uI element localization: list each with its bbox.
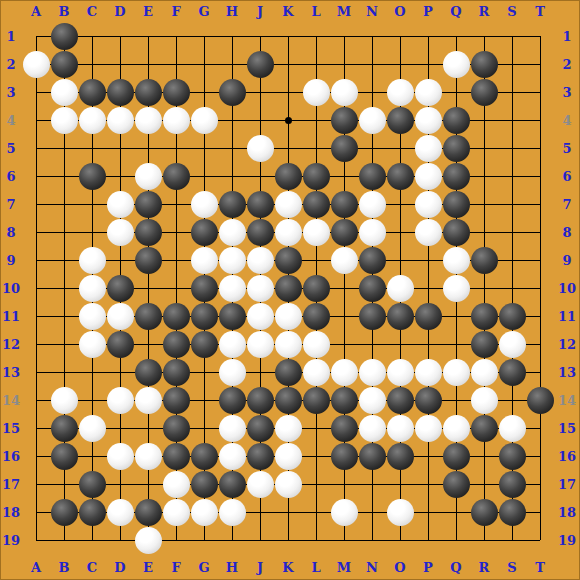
intersection-J6[interactable] [246,162,274,190]
intersection-N17[interactable] [358,470,386,498]
intersection-E15[interactable] [134,414,162,442]
intersection-B8[interactable] [50,218,78,246]
intersection-M16[interactable] [330,442,358,470]
intersection-A3[interactable] [22,78,50,106]
intersection-P15[interactable] [414,414,442,442]
intersection-K9[interactable] [274,246,302,274]
intersection-R4[interactable] [470,106,498,134]
intersection-B7[interactable] [50,190,78,218]
intersection-A2[interactable] [22,50,50,78]
intersection-M18[interactable] [330,498,358,526]
intersection-S17[interactable] [498,470,526,498]
intersection-M6[interactable] [330,162,358,190]
intersection-E1[interactable] [134,22,162,50]
intersection-S6[interactable] [498,162,526,190]
intersection-O9[interactable] [386,246,414,274]
intersection-O5[interactable] [386,134,414,162]
intersection-O15[interactable] [386,414,414,442]
intersection-L10[interactable] [302,274,330,302]
intersection-Q3[interactable] [442,78,470,106]
intersection-C10[interactable] [78,274,106,302]
intersection-R10[interactable] [470,274,498,302]
intersection-H15[interactable] [218,414,246,442]
intersection-K12[interactable] [274,330,302,358]
intersection-L8[interactable] [302,218,330,246]
intersection-F11[interactable] [162,302,190,330]
intersection-B16[interactable] [50,442,78,470]
intersection-H17[interactable] [218,470,246,498]
intersection-S7[interactable] [498,190,526,218]
intersection-G3[interactable] [190,78,218,106]
intersection-D15[interactable] [106,414,134,442]
intersection-R8[interactable] [470,218,498,246]
intersection-T14[interactable] [526,386,554,414]
intersection-R13[interactable] [470,358,498,386]
intersection-K4[interactable] [274,106,302,134]
intersection-F17[interactable] [162,470,190,498]
intersection-H12[interactable] [218,330,246,358]
intersection-Q17[interactable] [442,470,470,498]
intersection-F1[interactable] [162,22,190,50]
intersection-E10[interactable] [134,274,162,302]
intersection-R17[interactable] [470,470,498,498]
intersection-Q16[interactable] [442,442,470,470]
intersection-J8[interactable] [246,218,274,246]
intersection-S2[interactable] [498,50,526,78]
intersection-S1[interactable] [498,22,526,50]
intersection-B2[interactable] [50,50,78,78]
intersection-Q15[interactable] [442,414,470,442]
intersection-O16[interactable] [386,442,414,470]
intersection-K8[interactable] [274,218,302,246]
intersection-L18[interactable] [302,498,330,526]
intersection-T1[interactable] [526,22,554,50]
intersection-Q11[interactable] [442,302,470,330]
intersection-F15[interactable] [162,414,190,442]
intersection-K6[interactable] [274,162,302,190]
intersection-H6[interactable] [218,162,246,190]
intersection-C11[interactable] [78,302,106,330]
intersection-E3[interactable] [134,78,162,106]
intersection-M12[interactable] [330,330,358,358]
intersection-S9[interactable] [498,246,526,274]
intersection-P4[interactable] [414,106,442,134]
intersection-O17[interactable] [386,470,414,498]
intersection-S19[interactable] [498,526,526,554]
intersection-Q2[interactable] [442,50,470,78]
intersection-A14[interactable] [22,386,50,414]
intersection-G14[interactable] [190,386,218,414]
intersection-K5[interactable] [274,134,302,162]
intersection-K1[interactable] [274,22,302,50]
intersection-J13[interactable] [246,358,274,386]
intersection-N14[interactable] [358,386,386,414]
intersection-E16[interactable] [134,442,162,470]
intersection-T15[interactable] [526,414,554,442]
intersection-K18[interactable] [274,498,302,526]
intersection-A19[interactable] [22,526,50,554]
intersection-D11[interactable] [106,302,134,330]
intersection-H5[interactable] [218,134,246,162]
intersection-N5[interactable] [358,134,386,162]
intersection-J10[interactable] [246,274,274,302]
intersection-M7[interactable] [330,190,358,218]
intersection-J15[interactable] [246,414,274,442]
intersection-F7[interactable] [162,190,190,218]
intersection-O13[interactable] [386,358,414,386]
intersection-C12[interactable] [78,330,106,358]
intersection-A5[interactable] [22,134,50,162]
intersection-T10[interactable] [526,274,554,302]
intersection-F4[interactable] [162,106,190,134]
intersection-O14[interactable] [386,386,414,414]
intersection-P17[interactable] [414,470,442,498]
intersection-C14[interactable] [78,386,106,414]
intersection-J14[interactable] [246,386,274,414]
intersection-J3[interactable] [246,78,274,106]
intersection-J17[interactable] [246,470,274,498]
intersection-H8[interactable] [218,218,246,246]
intersection-A18[interactable] [22,498,50,526]
intersection-L7[interactable] [302,190,330,218]
intersection-A10[interactable] [22,274,50,302]
intersection-L13[interactable] [302,358,330,386]
intersection-C3[interactable] [78,78,106,106]
intersection-D5[interactable] [106,134,134,162]
intersection-N15[interactable] [358,414,386,442]
intersection-T9[interactable] [526,246,554,274]
intersection-C5[interactable] [78,134,106,162]
intersection-L9[interactable] [302,246,330,274]
intersection-G11[interactable] [190,302,218,330]
intersection-N1[interactable] [358,22,386,50]
intersection-D13[interactable] [106,358,134,386]
intersection-H19[interactable] [218,526,246,554]
intersection-P2[interactable] [414,50,442,78]
intersection-K2[interactable] [274,50,302,78]
intersection-F10[interactable] [162,274,190,302]
intersection-E18[interactable] [134,498,162,526]
intersection-N4[interactable] [358,106,386,134]
intersection-P11[interactable] [414,302,442,330]
intersection-R18[interactable] [470,498,498,526]
intersection-J7[interactable] [246,190,274,218]
intersection-J19[interactable] [246,526,274,554]
intersection-O12[interactable] [386,330,414,358]
intersection-P8[interactable] [414,218,442,246]
intersection-B19[interactable] [50,526,78,554]
intersection-A8[interactable] [22,218,50,246]
intersection-A6[interactable] [22,162,50,190]
intersection-F14[interactable] [162,386,190,414]
intersection-R7[interactable] [470,190,498,218]
intersection-L16[interactable] [302,442,330,470]
intersection-C4[interactable] [78,106,106,134]
intersection-T13[interactable] [526,358,554,386]
intersection-K11[interactable] [274,302,302,330]
intersection-T3[interactable] [526,78,554,106]
intersection-A16[interactable] [22,442,50,470]
intersection-N16[interactable] [358,442,386,470]
intersection-A13[interactable] [22,358,50,386]
intersection-J12[interactable] [246,330,274,358]
intersection-E17[interactable] [134,470,162,498]
intersection-D6[interactable] [106,162,134,190]
intersection-O1[interactable] [386,22,414,50]
intersection-E8[interactable] [134,218,162,246]
intersection-B10[interactable] [50,274,78,302]
intersection-R3[interactable] [470,78,498,106]
intersection-N10[interactable] [358,274,386,302]
intersection-F18[interactable] [162,498,190,526]
intersection-T19[interactable] [526,526,554,554]
intersection-J5[interactable] [246,134,274,162]
intersection-F3[interactable] [162,78,190,106]
intersection-P14[interactable] [414,386,442,414]
intersection-H7[interactable] [218,190,246,218]
intersection-O10[interactable] [386,274,414,302]
intersection-P12[interactable] [414,330,442,358]
intersection-P1[interactable] [414,22,442,50]
intersection-N9[interactable] [358,246,386,274]
intersection-P16[interactable] [414,442,442,470]
intersection-D2[interactable] [106,50,134,78]
intersection-S10[interactable] [498,274,526,302]
intersection-T4[interactable] [526,106,554,134]
intersection-H2[interactable] [218,50,246,78]
intersection-R12[interactable] [470,330,498,358]
intersection-H14[interactable] [218,386,246,414]
intersection-K14[interactable] [274,386,302,414]
intersection-B6[interactable] [50,162,78,190]
intersection-A15[interactable] [22,414,50,442]
intersection-D12[interactable] [106,330,134,358]
intersection-R16[interactable] [470,442,498,470]
intersection-Q4[interactable] [442,106,470,134]
intersection-L12[interactable] [302,330,330,358]
intersection-G4[interactable] [190,106,218,134]
intersection-G8[interactable] [190,218,218,246]
intersection-Q18[interactable] [442,498,470,526]
intersection-N18[interactable] [358,498,386,526]
intersection-C19[interactable] [78,526,106,554]
intersection-P3[interactable] [414,78,442,106]
intersection-M17[interactable] [330,470,358,498]
intersection-B13[interactable] [50,358,78,386]
intersection-D1[interactable] [106,22,134,50]
intersection-A1[interactable] [22,22,50,50]
intersection-B18[interactable] [50,498,78,526]
intersection-B14[interactable] [50,386,78,414]
intersection-G15[interactable] [190,414,218,442]
intersection-A12[interactable] [22,330,50,358]
intersection-M9[interactable] [330,246,358,274]
intersection-R2[interactable] [470,50,498,78]
intersection-C15[interactable] [78,414,106,442]
intersection-M19[interactable] [330,526,358,554]
intersection-J1[interactable] [246,22,274,50]
intersection-G7[interactable] [190,190,218,218]
intersection-P5[interactable] [414,134,442,162]
intersection-K19[interactable] [274,526,302,554]
intersection-F16[interactable] [162,442,190,470]
intersection-M8[interactable] [330,218,358,246]
intersection-Q6[interactable] [442,162,470,190]
intersection-E5[interactable] [134,134,162,162]
intersection-A9[interactable] [22,246,50,274]
intersection-D16[interactable] [106,442,134,470]
intersection-L5[interactable] [302,134,330,162]
intersection-Q8[interactable] [442,218,470,246]
intersection-O3[interactable] [386,78,414,106]
intersection-Q1[interactable] [442,22,470,50]
intersection-G18[interactable] [190,498,218,526]
intersection-L11[interactable] [302,302,330,330]
intersection-L3[interactable] [302,78,330,106]
intersection-C18[interactable] [78,498,106,526]
intersection-T5[interactable] [526,134,554,162]
intersection-B15[interactable] [50,414,78,442]
intersection-O8[interactable] [386,218,414,246]
intersection-R11[interactable] [470,302,498,330]
intersection-Q19[interactable] [442,526,470,554]
intersection-O6[interactable] [386,162,414,190]
intersection-T12[interactable] [526,330,554,358]
intersection-K13[interactable] [274,358,302,386]
intersection-L4[interactable] [302,106,330,134]
intersection-R9[interactable] [470,246,498,274]
intersection-M2[interactable] [330,50,358,78]
intersection-G10[interactable] [190,274,218,302]
intersection-K7[interactable] [274,190,302,218]
intersection-E9[interactable] [134,246,162,274]
intersection-S18[interactable] [498,498,526,526]
intersection-S14[interactable] [498,386,526,414]
intersection-H16[interactable] [218,442,246,470]
intersection-L1[interactable] [302,22,330,50]
intersection-B4[interactable] [50,106,78,134]
intersection-Q9[interactable] [442,246,470,274]
intersection-D8[interactable] [106,218,134,246]
intersection-B3[interactable] [50,78,78,106]
intersection-J16[interactable] [246,442,274,470]
intersection-S15[interactable] [498,414,526,442]
intersection-R19[interactable] [470,526,498,554]
intersection-G2[interactable] [190,50,218,78]
intersection-N8[interactable] [358,218,386,246]
intersection-G1[interactable] [190,22,218,50]
intersection-R6[interactable] [470,162,498,190]
intersection-H1[interactable] [218,22,246,50]
intersection-L17[interactable] [302,470,330,498]
intersection-N19[interactable] [358,526,386,554]
intersection-T8[interactable] [526,218,554,246]
intersection-C17[interactable] [78,470,106,498]
intersection-G13[interactable] [190,358,218,386]
intersection-P6[interactable] [414,162,442,190]
intersection-G6[interactable] [190,162,218,190]
intersection-C9[interactable] [78,246,106,274]
intersection-D10[interactable] [106,274,134,302]
intersection-E14[interactable] [134,386,162,414]
intersection-S8[interactable] [498,218,526,246]
intersection-F9[interactable] [162,246,190,274]
intersection-F2[interactable] [162,50,190,78]
intersection-L19[interactable] [302,526,330,554]
intersection-E7[interactable] [134,190,162,218]
intersection-G9[interactable] [190,246,218,274]
intersection-R5[interactable] [470,134,498,162]
intersection-E12[interactable] [134,330,162,358]
intersection-N13[interactable] [358,358,386,386]
intersection-M14[interactable] [330,386,358,414]
intersection-J2[interactable] [246,50,274,78]
intersection-P9[interactable] [414,246,442,274]
intersection-P18[interactable] [414,498,442,526]
intersection-A17[interactable] [22,470,50,498]
intersection-L6[interactable] [302,162,330,190]
intersection-K3[interactable] [274,78,302,106]
intersection-J4[interactable] [246,106,274,134]
intersection-B1[interactable] [50,22,78,50]
intersection-M10[interactable] [330,274,358,302]
intersection-C8[interactable] [78,218,106,246]
intersection-P10[interactable] [414,274,442,302]
intersection-F13[interactable] [162,358,190,386]
intersection-T16[interactable] [526,442,554,470]
intersection-Q14[interactable] [442,386,470,414]
intersection-C2[interactable] [78,50,106,78]
intersection-H3[interactable] [218,78,246,106]
intersection-P19[interactable] [414,526,442,554]
intersection-T6[interactable] [526,162,554,190]
intersection-Q5[interactable] [442,134,470,162]
intersection-T11[interactable] [526,302,554,330]
intersection-J18[interactable] [246,498,274,526]
intersection-Q10[interactable] [442,274,470,302]
intersection-T2[interactable] [526,50,554,78]
intersection-S3[interactable] [498,78,526,106]
intersection-H4[interactable] [218,106,246,134]
intersection-T17[interactable] [526,470,554,498]
intersection-O18[interactable] [386,498,414,526]
intersection-S13[interactable] [498,358,526,386]
intersection-E4[interactable] [134,106,162,134]
intersection-M15[interactable] [330,414,358,442]
intersection-S16[interactable] [498,442,526,470]
intersection-L14[interactable] [302,386,330,414]
intersection-J9[interactable] [246,246,274,274]
intersection-N6[interactable] [358,162,386,190]
intersection-H9[interactable] [218,246,246,274]
intersection-S5[interactable] [498,134,526,162]
intersection-S4[interactable] [498,106,526,134]
intersection-L15[interactable] [302,414,330,442]
intersection-H11[interactable] [218,302,246,330]
intersection-B17[interactable] [50,470,78,498]
intersection-A11[interactable] [22,302,50,330]
intersection-C7[interactable] [78,190,106,218]
intersection-O11[interactable] [386,302,414,330]
intersection-K16[interactable] [274,442,302,470]
intersection-B11[interactable] [50,302,78,330]
intersection-N2[interactable] [358,50,386,78]
intersection-M13[interactable] [330,358,358,386]
intersection-Q13[interactable] [442,358,470,386]
intersection-N11[interactable] [358,302,386,330]
intersection-F12[interactable] [162,330,190,358]
intersection-B12[interactable] [50,330,78,358]
